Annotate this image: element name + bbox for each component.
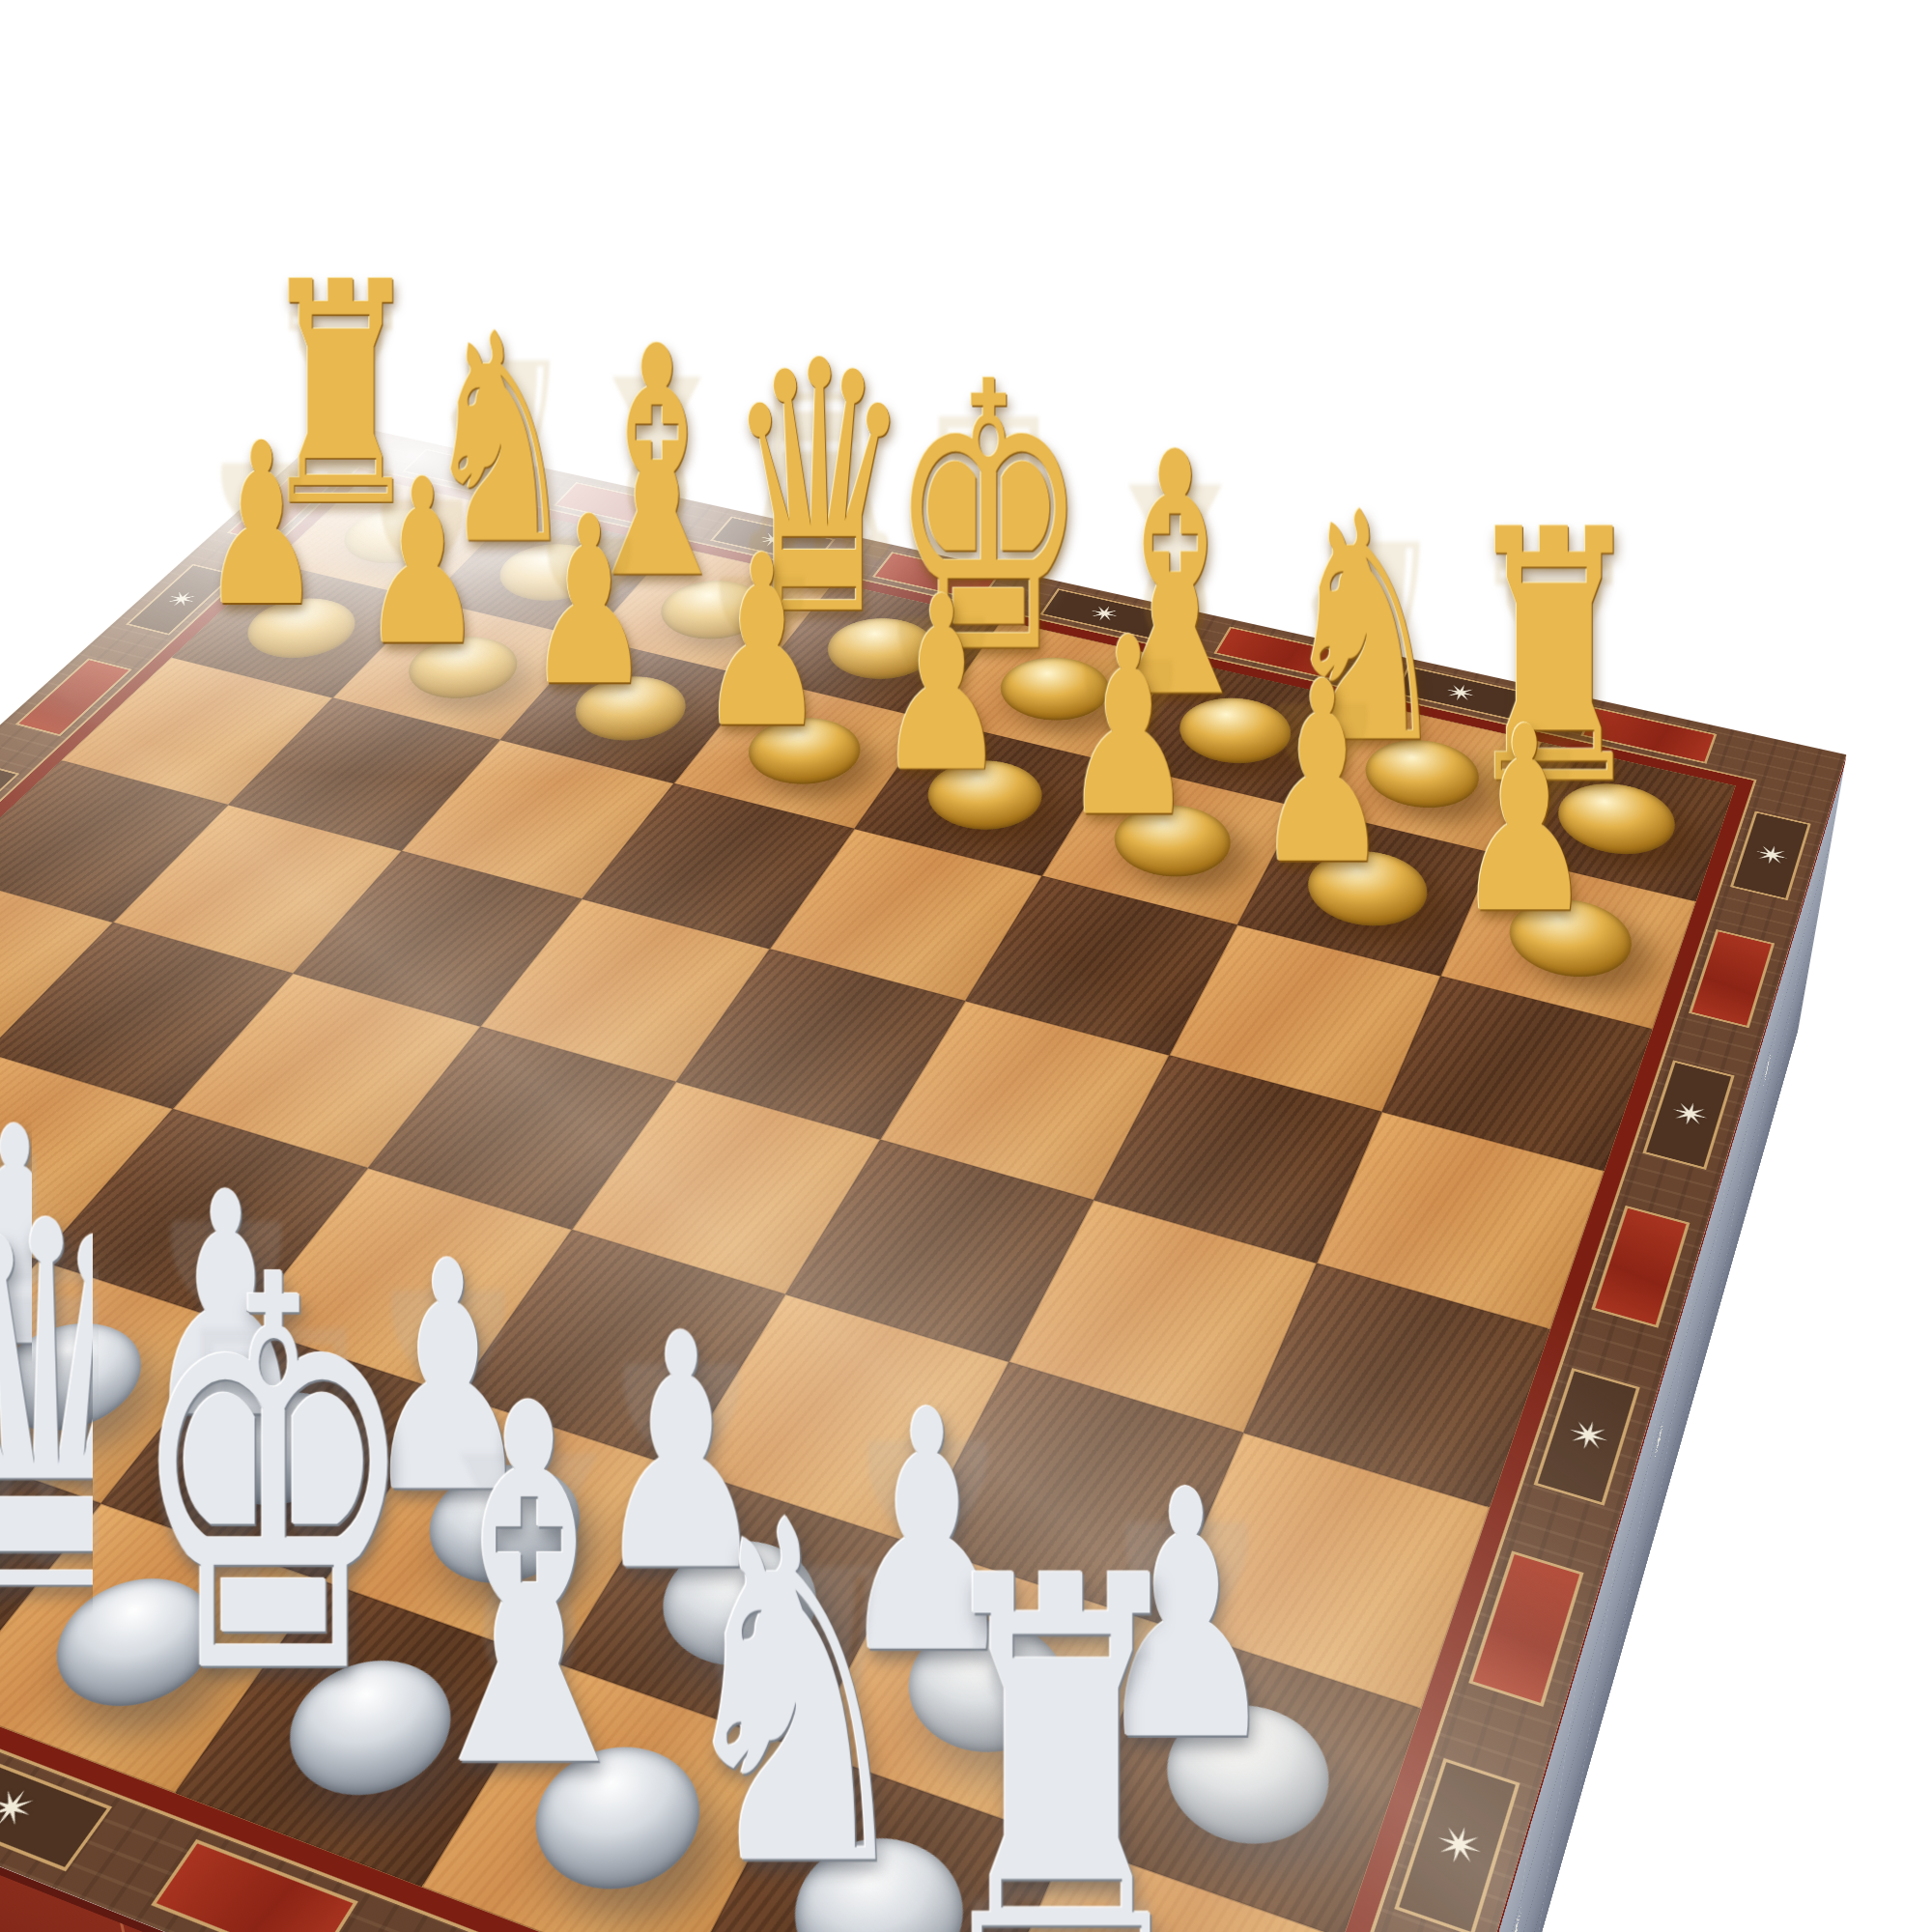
board-box: ✴✴✴✴✴✴✴✴✴✴✴✴✴✴✴✴ ✴✴✴ ♜♜♞♞♝♝♛♛♚♚♝♝♞♞♜♜♟♟♟… (0, 422, 1846, 1932)
eight-point-star-inlay-icon: ✴ (1558, 1413, 1617, 1458)
piece-glyph: ♟ (877, 564, 1007, 806)
piece-glyph: ♚ (128, 1207, 419, 1748)
piece-glyph: ♟ (1456, 693, 1593, 949)
eight-point-star-inlay-icon: ✴ (752, 528, 793, 552)
eight-point-star-inlay-icon: ✴ (1084, 601, 1125, 626)
piece-glyph: ♝ (396, 1343, 662, 1837)
eight-point-star-inlay-icon: ✴ (1440, 679, 1481, 706)
board-plane: ✴✴✴✴✴✴✴✴✴✴✴✴✴✴✴✴ ✴✴✴ ♜♜♞♞♝♝♛♛♚♚♝♝♞♞♜♜♟♟♟… (0, 422, 1846, 1932)
mosaic-star-cell: ✴ (1642, 1060, 1734, 1170)
eight-point-star-inlay-icon: ✴ (0, 1778, 48, 1839)
piece-glyph: ♟ (1255, 648, 1390, 898)
eight-point-star-inlay-icon: ✴ (1424, 1816, 1492, 1874)
piece-glyph: ♟ (1063, 605, 1195, 850)
photo-scene: ✴✴✴✴✴✴✴✴✴✴✴✴✴✴✴✴ ✴✴✴ ♜♜♞♞♝♝♛♛♚♚♝♝♞♞♜♜♟♟♟… (0, 0, 1932, 1932)
mosaic-red-inlay-cell (1689, 929, 1775, 1028)
eight-point-star-inlay-icon: ✴ (1759, 1036, 1775, 1103)
eight-point-star-inlay-icon: ✴ (1662, 1096, 1715, 1132)
eight-point-star-inlay-icon: ✴ (1747, 840, 1795, 869)
eight-point-star-inlay-icon: ✴ (157, 587, 206, 611)
eight-point-star-inlay-icon: ✴ (441, 460, 483, 482)
mosaic-star-cell: ✴ (1730, 811, 1811, 901)
eight-point-star-inlay-icon: ✴ (1649, 1401, 1667, 1481)
piece-glyph: ♞ (668, 1462, 922, 1932)
piece-glyph: ♜ (921, 1511, 1202, 1932)
